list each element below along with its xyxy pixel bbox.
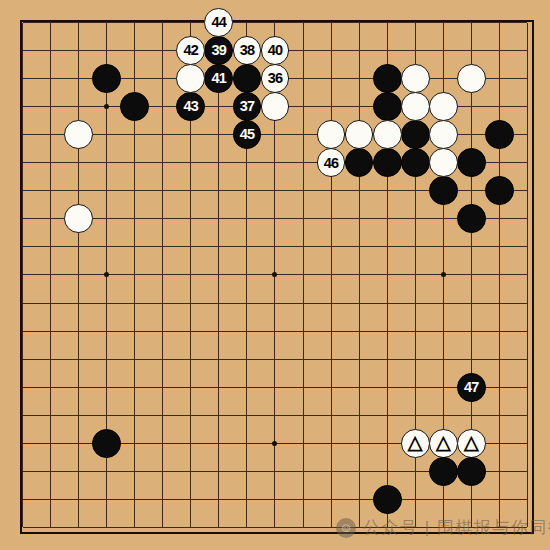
move-number: 42 [184, 43, 199, 58]
triangle-mark-icon: △ [408, 433, 423, 452]
stone-white [401, 92, 430, 121]
stone-black [401, 120, 430, 149]
stone-white-40: 40 [261, 36, 290, 65]
stone-black-39: 39 [204, 36, 233, 65]
stone-black [401, 148, 430, 177]
stone-white [261, 92, 290, 121]
stone-white-triangle: △ [429, 429, 458, 458]
wechat-official-account-logo-icon: ☺ [336, 518, 356, 538]
stone-white-44: 44 [204, 8, 233, 37]
stone-black [373, 148, 402, 177]
stone-black [457, 204, 486, 233]
stone-white [317, 120, 346, 149]
stone-black [457, 148, 486, 177]
stone-black [92, 64, 121, 93]
triangle-mark-icon: △ [464, 433, 479, 452]
stone-white [64, 120, 93, 149]
move-number: 44 [212, 15, 227, 30]
stone-black-37: 37 [233, 92, 262, 121]
move-number: 46 [324, 156, 339, 171]
stone-black [120, 92, 149, 121]
stone-black-47: 47 [457, 373, 486, 402]
watermark-text: 公众号 | 围棋报与你同行 [363, 516, 550, 539]
move-number: 39 [212, 43, 227, 58]
stone-white-triangle: △ [401, 429, 430, 458]
stone-white [429, 92, 458, 121]
stone-white [429, 148, 458, 177]
stone-black [92, 429, 121, 458]
triangle-mark-icon: △ [436, 433, 451, 452]
stone-black [429, 176, 458, 205]
move-number: 40 [268, 43, 283, 58]
stone-black [373, 485, 402, 514]
stone-white [429, 120, 458, 149]
stone-black-43: 43 [176, 92, 205, 121]
stone-black [373, 92, 402, 121]
stone-black [233, 64, 262, 93]
stone-white-42: 42 [176, 36, 205, 65]
go-board: 363738394041424344454647△△△ [0, 0, 550, 550]
watermark: ☺ 公众号 | 围棋报与你同行 [336, 516, 550, 539]
stone-black [485, 120, 514, 149]
stone-black [429, 457, 458, 486]
stone-black-45: 45 [233, 120, 262, 149]
stone-white-triangle: △ [457, 429, 486, 458]
stone-white [176, 64, 205, 93]
stone-black-41: 41 [204, 64, 233, 93]
stone-black [345, 148, 374, 177]
stone-white [457, 64, 486, 93]
stone-black [373, 64, 402, 93]
move-number: 43 [184, 99, 199, 114]
go-diagram: 363738394041424344454647△△△ ☺ 公众号 | 围棋报与… [0, 0, 550, 550]
stone-white [401, 64, 430, 93]
move-number: 45 [240, 127, 255, 142]
stone-white-36: 36 [261, 64, 290, 93]
move-number: 38 [240, 43, 255, 58]
board-stones-grid: 363738394041424344454647△△△ [9, 9, 542, 542]
stone-white [64, 204, 93, 233]
stone-white [345, 120, 374, 149]
stone-white-46: 46 [317, 148, 346, 177]
move-number: 37 [240, 99, 255, 114]
move-number: 36 [268, 71, 283, 86]
stone-white [373, 120, 402, 149]
move-number: 47 [464, 380, 479, 395]
stone-black [485, 176, 514, 205]
stone-black [457, 457, 486, 486]
move-number: 41 [212, 71, 227, 86]
stone-white-38: 38 [233, 36, 262, 65]
